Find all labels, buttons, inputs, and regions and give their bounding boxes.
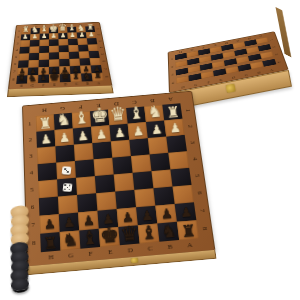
square-f4 bbox=[75, 159, 95, 177]
rank-label: 6 bbox=[189, 186, 210, 200]
square-e4 bbox=[94, 158, 114, 176]
square-e3 bbox=[92, 141, 112, 159]
piece-bN-g8: ♞ bbox=[61, 231, 78, 250]
piece-wP-e2: ♟ bbox=[51, 33, 57, 40]
piece-wP-d2: ♟ bbox=[113, 127, 125, 141]
square-b4 bbox=[150, 153, 171, 171]
square-g6 bbox=[58, 195, 78, 214]
piece-bK-e8: ♚ bbox=[99, 223, 120, 246]
square-h8: ♜ bbox=[40, 232, 60, 252]
piece-bP-h7: ♟ bbox=[43, 218, 56, 232]
file-label: B bbox=[159, 240, 180, 254]
box-top-square bbox=[225, 66, 239, 74]
rank-label: 4 bbox=[96, 45, 107, 49]
box-side-panel bbox=[275, 7, 291, 58]
piece-bR-h8: ♜ bbox=[42, 234, 58, 251]
box-top-square bbox=[198, 48, 210, 55]
square-e8: ♚ bbox=[99, 227, 120, 247]
piece-bP-a7: ♟ bbox=[179, 207, 192, 221]
square-b3 bbox=[148, 136, 169, 154]
square-e1: ♚ bbox=[90, 110, 109, 127]
brass-clasp-icon bbox=[226, 83, 236, 93]
box-top-square bbox=[176, 76, 189, 84]
piece-wP-h2: ♟ bbox=[22, 34, 28, 41]
square-g4 bbox=[56, 161, 76, 179]
die-pip bbox=[68, 184, 70, 186]
piece-bR-a8: ♜ bbox=[94, 72, 102, 81]
box-top-square bbox=[234, 49, 247, 56]
rank-label: 8 bbox=[194, 222, 215, 236]
piece-wP-g2: ♟ bbox=[32, 33, 38, 40]
rank-label: 3 bbox=[270, 51, 284, 57]
file-label: H bbox=[41, 250, 61, 265]
brass-clasp-icon bbox=[130, 258, 138, 264]
file-label: H bbox=[175, 49, 187, 55]
frame-corner bbox=[179, 92, 193, 104]
box-top-square bbox=[186, 51, 198, 58]
box-top-square bbox=[262, 59, 276, 67]
square-e4 bbox=[49, 46, 59, 53]
box-top-square bbox=[213, 68, 226, 76]
square-c5 bbox=[133, 171, 154, 190]
piece-wN-g1: ♞ bbox=[55, 112, 71, 129]
box-top-square bbox=[260, 51, 274, 59]
square-f5 bbox=[76, 176, 96, 195]
box-top-square bbox=[238, 64, 252, 72]
rank-label: 4 bbox=[272, 59, 286, 66]
box-top-square bbox=[175, 53, 187, 60]
box-top-square bbox=[176, 68, 189, 76]
rank-label: 4 bbox=[25, 164, 38, 182]
box-top-square bbox=[211, 53, 224, 60]
square-e2: ♟ bbox=[91, 125, 111, 143]
square-a4 bbox=[168, 151, 189, 169]
square-b1: ♞ bbox=[144, 105, 164, 122]
square-c3 bbox=[129, 138, 149, 156]
file-label: E bbox=[100, 245, 121, 260]
piece-bB-f8: ♝ bbox=[80, 228, 98, 248]
square-h1: ♜ bbox=[36, 114, 55, 131]
square-f3 bbox=[74, 143, 94, 161]
rank-label: 2 bbox=[267, 44, 280, 50]
file-label: G bbox=[186, 47, 198, 53]
rank-label: 2 bbox=[94, 33, 104, 37]
square-c6 bbox=[134, 188, 155, 207]
square-b6 bbox=[153, 187, 174, 206]
square-h6 bbox=[39, 197, 59, 216]
box-top-square bbox=[244, 39, 257, 46]
piece-wP-f2: ♟ bbox=[41, 33, 47, 40]
file-label: E bbox=[209, 42, 221, 48]
main-board-view[interactable]: HGFEDCBA1♜♞♝♚♛♝♞♜12♟♟♟♟♟♟♟♟2334455667♟♟♟… bbox=[24, 84, 204, 272]
piece-wB-f1: ♝ bbox=[73, 110, 90, 128]
piece-wN-b1: ♞ bbox=[146, 104, 162, 121]
square-d8: ♛ bbox=[118, 225, 139, 245]
square-g5 bbox=[57, 178, 77, 197]
piece-bQ-d8: ♛ bbox=[60, 71, 70, 82]
square-a5 bbox=[89, 51, 100, 58]
piece-wP-h2: ♟ bbox=[39, 133, 51, 147]
square-a8: ♜ bbox=[92, 73, 104, 81]
square-e5 bbox=[95, 174, 115, 193]
rank-label: 3 bbox=[182, 136, 202, 149]
piece-wP-e2: ♟ bbox=[95, 129, 107, 143]
rank-label: 3 bbox=[169, 70, 176, 79]
square-h3 bbox=[37, 146, 56, 164]
square-c1: ♝ bbox=[126, 106, 146, 123]
square-d1: ♛ bbox=[108, 108, 128, 125]
square-b2: ♟ bbox=[146, 120, 166, 138]
piece-wP-b2: ♟ bbox=[79, 32, 85, 39]
piece-bB-c8: ♝ bbox=[71, 71, 80, 81]
piece-wP-c2: ♟ bbox=[69, 32, 75, 39]
box-top-square bbox=[187, 58, 199, 66]
rank-label: 3 bbox=[95, 39, 105, 43]
box-top-square bbox=[212, 61, 225, 69]
square-d5 bbox=[114, 173, 135, 192]
square-h2: ♟ bbox=[36, 130, 55, 148]
square-b8: ♞ bbox=[81, 73, 93, 81]
piece-wP-c2: ♟ bbox=[132, 125, 144, 139]
die-pip bbox=[68, 188, 70, 190]
file-label: B bbox=[243, 36, 256, 42]
piece-wP-a2: ♟ bbox=[88, 31, 94, 38]
square-c8: ♝ bbox=[138, 224, 160, 244]
frame-corner bbox=[94, 23, 100, 27]
file-label: C bbox=[232, 38, 244, 44]
square-g8: ♞ bbox=[60, 230, 81, 250]
square-f6 bbox=[77, 193, 97, 212]
file-label: D bbox=[220, 40, 232, 46]
piece-bN-b8: ♞ bbox=[83, 71, 92, 81]
piece-bR-h8: ♜ bbox=[17, 74, 25, 83]
square-g2: ♟ bbox=[55, 128, 74, 146]
square-e5 bbox=[49, 52, 59, 59]
square-f2: ♟ bbox=[73, 127, 92, 145]
square-h7: ♟ bbox=[39, 214, 59, 234]
square-c4 bbox=[131, 154, 152, 172]
box-top-square bbox=[201, 71, 214, 79]
rank-label: 1 bbox=[169, 55, 176, 64]
square-g1: ♞ bbox=[54, 113, 73, 130]
piece-bB-c8: ♝ bbox=[140, 223, 158, 243]
square-g3 bbox=[55, 145, 75, 163]
rank-label: 1 bbox=[265, 37, 278, 43]
frame-corner bbox=[266, 32, 273, 37]
rank-label: 5 bbox=[187, 169, 208, 182]
square-a1: ♜ bbox=[162, 103, 182, 120]
piece-wP-g2: ♟ bbox=[58, 132, 70, 146]
piece-wP-a2: ♟ bbox=[169, 122, 181, 136]
die-pip bbox=[63, 188, 65, 190]
piece-bN-g8: ♞ bbox=[28, 73, 37, 83]
square-d4 bbox=[112, 156, 132, 174]
box-top-square bbox=[233, 42, 246, 49]
die-pip bbox=[66, 186, 68, 188]
box-top-square bbox=[256, 37, 269, 44]
square-b5 bbox=[151, 169, 172, 188]
square-f8: ♝ bbox=[38, 75, 49, 83]
piece-bN-b8: ♞ bbox=[160, 222, 177, 241]
rank-label: 7 bbox=[191, 204, 212, 218]
piece-wQ-d1: ♛ bbox=[109, 105, 127, 125]
square-b5 bbox=[79, 51, 90, 58]
piece-wK-e1: ♚ bbox=[90, 105, 109, 126]
box-top-square bbox=[188, 73, 201, 81]
die-5-pips bbox=[62, 183, 72, 192]
die-pip bbox=[63, 168, 65, 170]
square-f8: ♝ bbox=[79, 229, 100, 249]
rank-label: 2 bbox=[24, 132, 37, 149]
box-top-square bbox=[210, 46, 222, 53]
box-top-square bbox=[236, 56, 249, 64]
frame-corner bbox=[169, 51, 175, 56]
file-label: F bbox=[198, 45, 210, 51]
rank-label: 3 bbox=[24, 148, 37, 166]
box-top-square bbox=[200, 63, 213, 71]
rank-label: 8 bbox=[100, 74, 112, 79]
mini-board-frame: HGFEDCBA1♜♞♝♚♛♝♞♜12♟♟♟♟♟♟♟♟2334455667♟♟♟… bbox=[8, 22, 113, 90]
box-top-square bbox=[199, 55, 212, 62]
rank-label: 1 bbox=[23, 116, 36, 133]
file-label: A bbox=[255, 33, 268, 39]
square-e6 bbox=[96, 192, 117, 211]
box-top-square bbox=[222, 51, 235, 58]
box-top-square bbox=[221, 44, 234, 51]
box-top-square bbox=[188, 65, 201, 73]
square-d2: ♟ bbox=[109, 124, 129, 142]
rank-label: 4 bbox=[184, 152, 204, 165]
square-f5 bbox=[39, 53, 49, 60]
square-d6 bbox=[115, 190, 136, 209]
frame-corner bbox=[199, 237, 214, 251]
piece-wP-d2: ♟ bbox=[60, 32, 66, 39]
piece-wB-c1: ♝ bbox=[128, 105, 145, 123]
box-top-square bbox=[224, 58, 237, 66]
rank-label: 1 bbox=[93, 27, 103, 31]
rank-label: 1 bbox=[178, 104, 198, 116]
rank-label: 5 bbox=[25, 181, 39, 199]
piece-bR-a8: ♜ bbox=[180, 222, 196, 239]
square-e8: ♚ bbox=[49, 74, 60, 82]
box-top-square bbox=[246, 46, 259, 53]
piece-wP-f2: ♟ bbox=[76, 130, 88, 144]
box-top-square bbox=[250, 61, 264, 69]
square-h4 bbox=[38, 163, 58, 181]
piece-bQ-d8: ♛ bbox=[119, 223, 139, 245]
square-b8: ♞ bbox=[157, 222, 179, 242]
square-d3 bbox=[111, 140, 131, 158]
piece-wP-b2: ♟ bbox=[150, 124, 162, 138]
piece-bK-e8: ♚ bbox=[49, 70, 60, 82]
square-h5 bbox=[38, 179, 58, 198]
square-g8: ♞ bbox=[27, 75, 38, 84]
die-3-pips bbox=[61, 166, 71, 174]
square-h8: ♜ bbox=[16, 75, 27, 84]
die-pip bbox=[64, 184, 66, 186]
box-top-square bbox=[248, 54, 262, 62]
piece-wR-a1: ♜ bbox=[165, 104, 180, 120]
rank-label: 5 bbox=[97, 52, 108, 57]
piece-wR-h1: ♜ bbox=[37, 115, 52, 131]
square-f1: ♝ bbox=[72, 111, 91, 128]
rank-label: 2 bbox=[169, 62, 176, 71]
square-c2: ♟ bbox=[128, 122, 148, 140]
box-top-square bbox=[175, 60, 187, 68]
box-top-square bbox=[258, 44, 271, 51]
main-board-frame: HGFEDCBA1♜♞♝♚♛♝♞♜12♟♟♟♟♟♟♟♟2334455667♟♟♟… bbox=[22, 91, 215, 268]
die-pip bbox=[67, 171, 69, 173]
piece-bB-f8: ♝ bbox=[39, 73, 48, 83]
rank-label: 2 bbox=[180, 120, 200, 133]
